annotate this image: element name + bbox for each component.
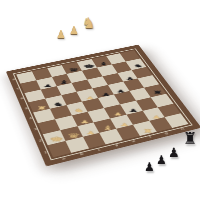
rank-label-5: 5 <box>25 107 29 110</box>
pawn-icon: ♟ <box>85 96 94 100</box>
pawn-icon: ♟ <box>101 92 110 96</box>
square-a5[interactable] <box>29 99 50 113</box>
square-a3[interactable] <box>38 119 60 134</box>
captured-black-pawn: ♟ <box>168 146 180 159</box>
piece-white-pawn-e3[interactable]: ♟ <box>104 104 126 118</box>
square-f1[interactable] <box>133 121 156 136</box>
rook-icon: ♜ <box>35 106 47 111</box>
rank-label-8: 8 <box>12 79 15 82</box>
piece-black-bishop-c7[interactable]: ♝ <box>51 74 71 86</box>
rank-label-3: 3 <box>34 128 38 131</box>
file-label-d: d <box>114 144 118 147</box>
piece-white-rook-f1[interactable]: ♜ <box>133 121 156 136</box>
square-f2[interactable] <box>126 111 149 125</box>
square-d2[interactable] <box>94 118 117 133</box>
rank-label-1: 1 <box>44 151 48 155</box>
file-label-f: f <box>148 135 151 138</box>
knight-icon: ♞ <box>73 108 85 113</box>
rook-icon: ♜ <box>141 128 153 133</box>
piece-white-pawn-g2[interactable]: ♟ <box>142 107 165 121</box>
square-c4[interactable] <box>66 102 88 116</box>
square-f3[interactable] <box>120 101 142 115</box>
square-a2[interactable] <box>43 130 66 145</box>
piece-white-pawn-c3[interactable]: ♟ <box>71 112 93 126</box>
rook-icon: ♜ <box>152 91 164 96</box>
pawn-icon: ♟ <box>113 112 123 116</box>
square-b2[interactable] <box>60 126 83 141</box>
piece-black-pawn-f3[interactable]: ♟ <box>120 101 142 115</box>
file-label-b: b <box>80 152 84 156</box>
bishop-icon: ♝ <box>101 125 113 131</box>
pawn-icon: ♟ <box>129 108 139 112</box>
square-a4[interactable] <box>33 109 55 123</box>
captured-black-rook: ♜ <box>183 131 197 147</box>
square-g2[interactable] <box>142 107 165 121</box>
file-label-c: c <box>97 148 101 151</box>
captured-white-pawn: ♟ <box>56 29 66 40</box>
knight-icon: ♞ <box>52 102 64 107</box>
square-c3[interactable] <box>71 112 93 126</box>
square-e1[interactable] <box>116 125 139 140</box>
square-d1[interactable] <box>100 129 123 144</box>
piece-black-knight-b5[interactable]: ♞ <box>45 95 66 108</box>
pawn-icon: ♟ <box>151 115 161 119</box>
chess-photo-scene: abcdefgh 87654321 ♛♚♝♟♝♞♟♜♞♟♟♟♞♜♟♟♟♚♛♟♝♟… <box>0 0 200 200</box>
pawn-icon: ♟ <box>80 119 90 123</box>
square-h1[interactable] <box>165 113 189 127</box>
file-label-e: e <box>132 139 136 142</box>
file-label-a: a <box>62 157 66 161</box>
square-e3[interactable] <box>104 104 126 118</box>
pawn-icon: ♟ <box>125 76 134 80</box>
rank-label-6: 6 <box>20 97 23 100</box>
square-d4[interactable] <box>82 98 104 112</box>
square-g1[interactable] <box>149 117 172 132</box>
square-a1[interactable] <box>48 141 71 157</box>
piece-white-king-a2[interactable]: ♚ <box>43 130 66 145</box>
rank-label-4: 4 <box>29 117 33 120</box>
square-d3[interactable] <box>88 108 110 122</box>
pawn-icon: ♟ <box>43 84 53 88</box>
pawn-icon: ♟ <box>119 122 129 126</box>
rank-label-7: 7 <box>16 88 19 91</box>
knight-icon: ♞ <box>133 64 144 68</box>
square-e2[interactable] <box>110 114 133 129</box>
piece-white-pawn-c2[interactable]: ♟ <box>77 122 100 137</box>
captured-black-pawn: ♟ <box>144 161 155 173</box>
piece-white-bishop-d2[interactable]: ♝ <box>94 118 117 133</box>
queen-icon: ♛ <box>67 133 81 139</box>
captured-white-pawn: ♟ <box>69 25 79 36</box>
piece-white-knight-c4[interactable]: ♞ <box>66 102 88 116</box>
square-b4[interactable] <box>50 105 72 119</box>
bishop-icon: ♝ <box>58 80 70 85</box>
captured-white-knight: ♞ <box>82 16 95 31</box>
piece-white-rook-a5[interactable]: ♜ <box>29 99 50 113</box>
square-g3[interactable] <box>135 97 157 111</box>
piece-white-pawn-e2[interactable]: ♟ <box>110 114 133 129</box>
square-b1[interactable] <box>65 137 88 153</box>
pawn-icon: ♟ <box>86 130 96 135</box>
square-b3[interactable] <box>55 115 77 130</box>
king-icon: ♚ <box>49 136 64 143</box>
bishop-icon: ♝ <box>98 61 109 65</box>
rank-label-2: 2 <box>39 139 43 142</box>
pawn-icon: ♟ <box>116 89 125 93</box>
piece-white-queen-b2[interactable]: ♛ <box>60 126 83 141</box>
square-h2[interactable] <box>158 103 181 117</box>
piece-black-pawn-g6[interactable]: ♟ <box>117 70 138 82</box>
captured-black-pawn: ♟ <box>156 154 167 166</box>
square-c1[interactable] <box>83 133 106 149</box>
square-c2[interactable] <box>77 122 100 137</box>
king-icon: ♚ <box>83 64 96 69</box>
file-label-g: g <box>164 131 168 134</box>
queen-icon: ♛ <box>68 67 80 72</box>
